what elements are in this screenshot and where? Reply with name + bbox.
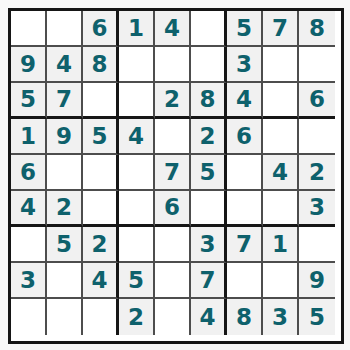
cell-r1c5[interactable]: 4 [155,11,191,47]
cell-r4c3[interactable]: 5 [83,119,119,155]
cell-r8c4[interactable]: 5 [119,263,155,299]
cell-r2c9[interactable] [299,47,335,83]
cell-r9c1[interactable] [11,299,47,335]
cell-r6c9[interactable]: 3 [299,191,335,227]
cell-r3c6[interactable]: 8 [191,83,227,119]
cell-r2c1[interactable]: 9 [11,47,47,83]
cell-r7c7[interactable]: 7 [227,227,263,263]
cell-r9c7[interactable]: 8 [227,299,263,335]
cell-r1c4[interactable]: 1 [119,11,155,47]
cell-r5c3[interactable] [83,155,119,191]
cell-r5c2[interactable] [47,155,83,191]
cell-r6c6[interactable] [191,191,227,227]
sudoku-page: 6145789483572846195426675424263523713457… [0,0,350,350]
cell-r4c1[interactable]: 1 [11,119,47,155]
cell-r8c2[interactable] [47,263,83,299]
cell-r5c1[interactable]: 6 [11,155,47,191]
cell-r3c1[interactable]: 5 [11,83,47,119]
cell-r6c5[interactable]: 6 [155,191,191,227]
cell-r5c8[interactable]: 4 [263,155,299,191]
cell-r7c8[interactable]: 1 [263,227,299,263]
cell-r3c2[interactable]: 7 [47,83,83,119]
cell-r6c1[interactable]: 4 [11,191,47,227]
cell-r3c4[interactable] [119,83,155,119]
cell-r5c6[interactable]: 5 [191,155,227,191]
sudoku-board: 6145789483572846195426675424263523713457… [8,8,344,344]
cell-r4c8[interactable] [263,119,299,155]
cell-r7c6[interactable]: 3 [191,227,227,263]
cell-r5c5[interactable]: 7 [155,155,191,191]
cell-r5c9[interactable]: 2 [299,155,335,191]
cell-r9c2[interactable] [47,299,83,335]
cell-r2c2[interactable]: 4 [47,47,83,83]
cell-r1c8[interactable]: 7 [263,11,299,47]
cell-r2c4[interactable] [119,47,155,83]
cell-r6c7[interactable] [227,191,263,227]
cell-r3c7[interactable]: 4 [227,83,263,119]
cell-r6c2[interactable]: 2 [47,191,83,227]
cell-r7c1[interactable] [11,227,47,263]
cell-r1c9[interactable]: 8 [299,11,335,47]
cell-r4c7[interactable]: 6 [227,119,263,155]
cell-r4c2[interactable]: 9 [47,119,83,155]
cell-r2c6[interactable] [191,47,227,83]
cell-r3c8[interactable] [263,83,299,119]
cell-r4c9[interactable] [299,119,335,155]
cell-r9c5[interactable] [155,299,191,335]
cell-r7c9[interactable] [299,227,335,263]
cell-r6c4[interactable] [119,191,155,227]
cell-r4c4[interactable]: 4 [119,119,155,155]
cell-r9c8[interactable]: 3 [263,299,299,335]
cell-r1c6[interactable] [191,11,227,47]
cell-r7c4[interactable] [119,227,155,263]
cell-r3c3[interactable] [83,83,119,119]
cell-r8c6[interactable]: 7 [191,263,227,299]
cell-r2c5[interactable] [155,47,191,83]
cell-r2c7[interactable]: 3 [227,47,263,83]
cell-r7c2[interactable]: 5 [47,227,83,263]
cell-r9c9[interactable]: 5 [299,299,335,335]
cell-r7c3[interactable]: 2 [83,227,119,263]
cell-r7c5[interactable] [155,227,191,263]
cell-r3c9[interactable]: 6 [299,83,335,119]
cell-r8c3[interactable]: 4 [83,263,119,299]
cell-r1c2[interactable] [47,11,83,47]
cell-r9c4[interactable]: 2 [119,299,155,335]
cell-r8c9[interactable]: 9 [299,263,335,299]
cell-r3c5[interactable]: 2 [155,83,191,119]
cell-r2c8[interactable] [263,47,299,83]
cell-r1c7[interactable]: 5 [227,11,263,47]
cell-r8c7[interactable] [227,263,263,299]
cell-r5c4[interactable] [119,155,155,191]
cell-r2c3[interactable]: 8 [83,47,119,83]
cell-r6c3[interactable] [83,191,119,227]
cell-r6c8[interactable] [263,191,299,227]
cell-r8c5[interactable] [155,263,191,299]
cell-r8c1[interactable]: 3 [11,263,47,299]
cell-r5c7[interactable] [227,155,263,191]
cell-r9c3[interactable] [83,299,119,335]
cell-r8c8[interactable] [263,263,299,299]
cell-r4c6[interactable]: 2 [191,119,227,155]
cell-r4c5[interactable] [155,119,191,155]
cell-r1c3[interactable]: 6 [83,11,119,47]
cell-r1c1[interactable] [11,11,47,47]
cell-r9c6[interactable]: 4 [191,299,227,335]
